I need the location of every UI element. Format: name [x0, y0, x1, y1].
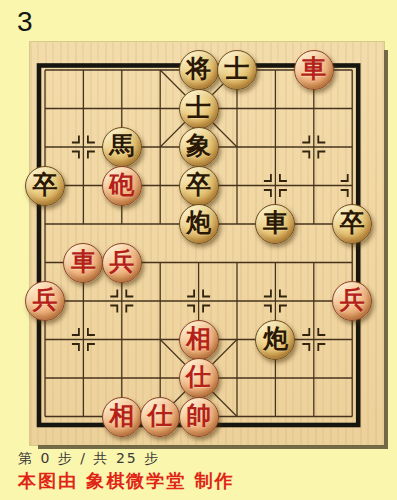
credit-text: 本图由 象棋微学堂 制作 — [18, 469, 235, 493]
piece-black-soldier: 卒 — [25, 166, 65, 206]
piece-black-elephant: 象 — [179, 127, 219, 167]
piece-glyph: 仕 — [148, 396, 173, 436]
piece-glyph: 車 — [71, 242, 96, 282]
piece-glyph: 相 — [186, 319, 211, 359]
piece-glyph: 相 — [109, 396, 134, 436]
piece-red-soldier: 兵 — [25, 281, 65, 321]
piece-glyph: 馬 — [109, 126, 134, 166]
xiangqi-board: 将士車士馬象卒砲卒炮車卒車兵兵兵相炮仕相仕帥 — [30, 42, 384, 445]
piece-black-soldier: 卒 — [179, 166, 219, 206]
piece-glyph: 兵 — [33, 280, 58, 320]
piece-glyph: 兵 — [109, 242, 134, 282]
piece-glyph: 炮 — [186, 203, 211, 243]
piece-glyph: 炮 — [263, 319, 288, 359]
piece-red-elephant: 相 — [102, 397, 142, 437]
pieces-layer: 将士車士馬象卒砲卒炮車卒車兵兵兵相炮仕相仕帥 — [30, 42, 384, 445]
piece-black-chariot: 車 — [255, 204, 295, 244]
piece-red-soldier: 兵 — [102, 243, 142, 283]
piece-red-general: 帥 — [179, 397, 219, 437]
piece-glyph: 卒 — [33, 165, 58, 205]
piece-glyph: 象 — [186, 126, 211, 166]
piece-red-chariot: 車 — [63, 243, 103, 283]
piece-black-advisor: 士 — [179, 89, 219, 129]
piece-glyph: 車 — [263, 203, 288, 243]
piece-glyph: 兵 — [340, 280, 365, 320]
diagram-number: 3 — [17, 6, 33, 38]
piece-glyph: 士 — [186, 88, 211, 128]
piece-glyph: 卒 — [340, 203, 365, 243]
piece-red-elephant: 相 — [179, 320, 219, 360]
piece-glyph: 帥 — [186, 396, 211, 436]
piece-glyph: 車 — [301, 49, 326, 89]
piece-glyph: 卒 — [186, 165, 211, 205]
piece-glyph: 将 — [186, 49, 211, 89]
piece-black-cannon: 炮 — [179, 204, 219, 244]
piece-black-horse: 馬 — [102, 127, 142, 167]
piece-red-cannon: 砲 — [102, 166, 142, 206]
piece-black-soldier: 卒 — [332, 204, 372, 244]
piece-black-general: 将 — [179, 50, 219, 90]
piece-black-cannon: 炮 — [255, 320, 295, 360]
piece-red-chariot: 車 — [294, 50, 334, 90]
piece-glyph: 士 — [225, 49, 250, 89]
piece-red-advisor: 仕 — [140, 397, 180, 437]
piece-black-advisor: 士 — [217, 50, 257, 90]
piece-glyph: 仕 — [186, 357, 211, 397]
move-status-text: 第 0 步 / 共 25 步 — [18, 450, 160, 468]
piece-red-advisor: 仕 — [179, 358, 219, 398]
piece-red-soldier: 兵 — [332, 281, 372, 321]
piece-glyph: 砲 — [109, 165, 134, 205]
